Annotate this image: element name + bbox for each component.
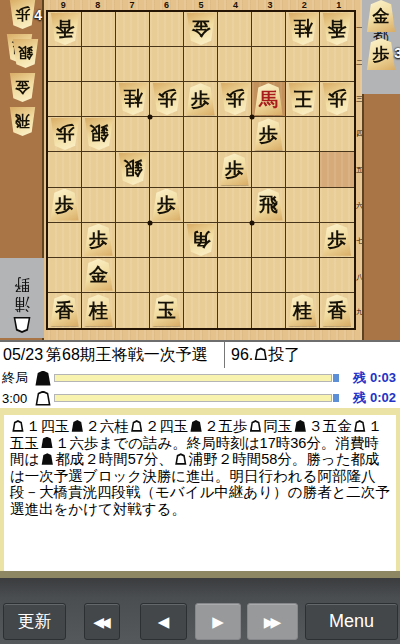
board-cell (184, 47, 218, 82)
board-cell (320, 152, 354, 187)
board-cell (150, 258, 184, 293)
shogi-piece: 香 (322, 13, 352, 45)
shogi-piece: 歩 (152, 189, 182, 221)
board-cell (320, 117, 354, 152)
game-info-bar: 05/23 第68期王将戦一次予選 96.投了 (0, 340, 400, 368)
board-cell (82, 188, 116, 223)
board-cell (320, 188, 354, 223)
board-cell: 歩 (218, 152, 252, 187)
next-move-button[interactable]: ▶ (195, 603, 241, 640)
menu-button[interactable]: Menu (305, 603, 398, 640)
last-move-label: 96.投了 (231, 345, 300, 366)
file-label: 1 (322, 0, 356, 10)
board-cell (252, 152, 286, 187)
board-cell (252, 47, 286, 82)
shogi-piece: 歩 (50, 118, 80, 150)
bottom-toolbar: 更新 ◀◀ ◀ ▶ ▶▶ Menu (0, 578, 400, 644)
gote-name-char: 野 (14, 275, 30, 294)
board-cell: 歩 (320, 82, 354, 117)
clock-label: 終局 (0, 369, 32, 387)
gote-mark-icon (254, 347, 267, 360)
board-cell (48, 82, 82, 117)
file-label: 4 (218, 0, 252, 10)
sente-mark-icon (294, 420, 306, 432)
board-cell (48, 223, 82, 258)
board-cell (218, 293, 252, 328)
time-gauge (54, 374, 332, 382)
board-cell (48, 152, 82, 187)
gote-komadai-strip: 歩4銀銀金飛 浦 野 (0, 0, 44, 340)
rewind-icon: ◀◀ (93, 614, 107, 630)
board-cell (286, 223, 320, 258)
board-cell (184, 188, 218, 223)
file-labels: 987654321 (46, 0, 356, 10)
hand-piece: 歩 (9, 0, 36, 29)
shogi-piece: 銀 (118, 153, 148, 185)
shogi-piece: 歩 (322, 83, 352, 115)
board-cell: 歩 (48, 188, 82, 223)
shogi-piece: 歩 (254, 118, 284, 150)
sente-koma-icon (35, 371, 51, 386)
board-cell: 歩 (252, 117, 286, 152)
shogi-piece: 玉 (152, 294, 182, 326)
board-cell (184, 117, 218, 152)
board-cell (116, 223, 150, 258)
board-cell: 歩 (48, 117, 82, 152)
shogi-piece: 桂 (84, 294, 114, 326)
board-cell (218, 188, 252, 223)
board-cell: 歩 (150, 82, 184, 117)
board-cell: 歩 (320, 223, 354, 258)
game-date: 05/23 (0, 346, 46, 364)
clock-row-sente: 終局 残 0:03 (0, 368, 400, 388)
shogi-piece: 角 (186, 224, 216, 256)
board-cell (48, 47, 82, 82)
shogi-piece: 歩 (186, 83, 216, 115)
shogi-piece: 銀 (84, 118, 114, 150)
board-cell (82, 152, 116, 187)
board-cell (150, 117, 184, 152)
gote-name-char: 浦 (14, 295, 30, 314)
gote-name-plate: 浦 野 (0, 258, 44, 338)
board-cell (48, 258, 82, 293)
board-cell (252, 12, 286, 47)
shogi-piece: 香 (322, 294, 352, 326)
board-cell (150, 12, 184, 47)
sente-mark-icon (190, 420, 202, 432)
board-cell (82, 82, 116, 117)
file-label: 2 (287, 0, 321, 10)
hand-piece: 金 (366, 0, 396, 32)
board-cell (252, 258, 286, 293)
rewind-to-start-button[interactable]: ◀◀ (84, 603, 120, 640)
board-cell (184, 152, 218, 187)
board-cell: 馬 (252, 82, 286, 117)
clock-label: 3:00 (0, 391, 32, 406)
hand-count: 3 (394, 45, 400, 61)
board-cell (218, 223, 252, 258)
board-cell (116, 47, 150, 82)
shogi-piece: 歩 (50, 189, 80, 221)
board-cell (218, 12, 252, 47)
gote-mark-icon (175, 453, 187, 465)
shogi-piece: 桂 (118, 83, 148, 115)
sente-komadai-strip: 都 成 金歩3 (362, 0, 400, 340)
board-cell: 歩 (150, 188, 184, 223)
shogi-piece: 王 (288, 83, 318, 115)
hand-item: 歩4 (5, 0, 39, 31)
board-cell: 歩 (82, 223, 116, 258)
hand-item: 金 (5, 73, 39, 104)
remaining-time: 残 0:02 (353, 389, 400, 407)
hand-item: 飛 (5, 107, 39, 138)
shogi-piece: 馬 (254, 83, 284, 115)
shogi-piece: 歩 (220, 83, 250, 115)
board-cell (286, 258, 320, 293)
file-label: 6 (149, 0, 183, 10)
shogi-piece: 香 (50, 13, 80, 45)
commentary-text[interactable]: １四玉２六桂２四玉２五歩同玉３五金１五玉１六歩までの詰み。終局時刻は17時36分… (4, 415, 396, 571)
sente-mark-icon (41, 437, 53, 449)
time-gauge-end (333, 394, 339, 402)
board-cell: 王 (286, 82, 320, 117)
board-cell (320, 258, 354, 293)
board-cell (150, 223, 184, 258)
hand-piece: 銀 (12, 39, 39, 68)
update-button[interactable]: 更新 (3, 603, 66, 640)
shogi-piece: 歩 (84, 224, 114, 256)
file-label: 5 (184, 0, 218, 10)
file-label: 8 (80, 0, 114, 10)
gote-koma-icon (13, 317, 31, 333)
clock-panel: 終局 残 0:03 3:00 残 0:02 (0, 368, 400, 408)
forward-icon: ▶ (212, 613, 224, 631)
board-cell (116, 12, 150, 47)
board-cell (116, 293, 150, 328)
shogi-piece: 香 (50, 294, 80, 326)
gote-mark-icon (250, 420, 262, 432)
board-cell: 金 (82, 258, 116, 293)
file-label: 7 (115, 0, 149, 10)
event-title: 第68期王将戦一次予選 (46, 345, 224, 366)
divider (224, 342, 225, 368)
board-cell (252, 223, 286, 258)
shogi-piece: 歩 (152, 83, 182, 115)
board-cell (150, 152, 184, 187)
hand-item: 金 (364, 0, 398, 33)
time-gauge-end (333, 374, 339, 382)
board-cell (218, 117, 252, 152)
board-cell: 玉 (150, 293, 184, 328)
hand-item: 銀銀 (5, 34, 39, 70)
board-cell: 角 (184, 223, 218, 258)
hand-piece: 歩 (366, 38, 396, 70)
board-cell (150, 47, 184, 82)
shogi-live-app: 987654321 一二三四五六七八九 香金桂香桂歩歩歩馬王歩歩銀歩銀歩歩歩飛歩… (0, 0, 400, 644)
board-cell: 銀 (82, 117, 116, 152)
hand-item: 歩3 (364, 38, 398, 71)
gote-koma-icon (35, 391, 51, 406)
fast-forward-icon: ▶▶ (264, 614, 278, 630)
gote-mark-icon (354, 420, 366, 432)
board-cell: 桂 (116, 82, 150, 117)
sente-mark-icon (41, 453, 53, 465)
shogi-piece: 桂 (288, 294, 318, 326)
gote-mark-icon (131, 420, 143, 432)
previous-move-button[interactable]: ◀ (140, 603, 187, 640)
fast-forward-button[interactable]: ▶▶ (247, 603, 298, 640)
hand-piece: 金 (9, 73, 36, 102)
board-cell (82, 12, 116, 47)
board-cell (286, 188, 320, 223)
board-cell (184, 258, 218, 293)
board-cell: 銀 (116, 152, 150, 187)
board-cell (116, 117, 150, 152)
board-cell: 香 (320, 12, 354, 47)
shogi-piece: 金 (186, 13, 216, 45)
board-cell: 桂 (286, 12, 320, 47)
clock-row-gote: 3:00 残 0:02 (0, 388, 400, 408)
board-cell (218, 258, 252, 293)
board-cell (116, 258, 150, 293)
sente-mark-icon (71, 420, 83, 432)
board-cell: 飛 (252, 188, 286, 223)
board-cell (116, 188, 150, 223)
hand-piece: 飛 (9, 107, 36, 136)
shogi-piece: 飛 (254, 189, 284, 221)
board-cell (82, 47, 116, 82)
file-label: 9 (46, 0, 80, 10)
board-cell: 桂 (82, 293, 116, 328)
commentary-panel: １四玉２六桂２四玉２五歩同玉３五金１五玉１六歩までの詰み。終局時刻は17時36分… (0, 408, 400, 578)
shogi-piece: 金 (84, 259, 114, 291)
sente-hand-pieces: 金歩3 (362, 0, 400, 71)
board-cell: 歩 (184, 82, 218, 117)
board-cell (184, 293, 218, 328)
board-cell (218, 47, 252, 82)
board-cell: 金 (184, 12, 218, 47)
back-icon: ◀ (158, 613, 170, 631)
remaining-time: 残 0:03 (353, 369, 400, 387)
hand-count: 4 (34, 7, 42, 23)
board-cell: 歩 (218, 82, 252, 117)
board-cell: 香 (320, 293, 354, 328)
board-cell (320, 47, 354, 82)
board-cell (286, 117, 320, 152)
board-cell (252, 293, 286, 328)
gote-mark-icon (12, 420, 24, 432)
board-cell: 桂 (286, 293, 320, 328)
board-cell (286, 47, 320, 82)
board-grid: 香金桂香桂歩歩歩馬王歩歩銀歩銀歩歩歩飛歩角歩金香桂玉桂香 (46, 10, 356, 330)
board-zone: 987654321 一二三四五六七八九 香金桂香桂歩歩歩馬王歩歩銀歩銀歩歩歩飛歩… (0, 0, 400, 340)
gote-hand-pieces: 歩4銀銀金飛 (0, 0, 44, 138)
shogi-piece: 桂 (288, 13, 318, 45)
shogi-piece: 歩 (322, 224, 352, 256)
shogi-piece: 歩 (220, 153, 250, 185)
board-cell (286, 152, 320, 187)
board-cell: 香 (48, 12, 82, 47)
board-cell: 香 (48, 293, 82, 328)
time-gauge (54, 394, 332, 402)
file-label: 3 (253, 0, 287, 10)
